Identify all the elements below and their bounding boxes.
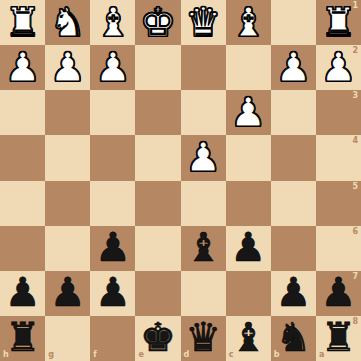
square-e5[interactable] — [135, 181, 180, 226]
square-a4[interactable]: 4 — [316, 135, 361, 180]
square-h1[interactable]: ♜ — [0, 0, 45, 45]
square-e8[interactable]: ♚e — [135, 316, 180, 361]
square-h7[interactable]: ♟ — [0, 271, 45, 316]
black-rook-piece[interactable]: ♜ — [321, 317, 357, 357]
white-pawn-piece[interactable]: ♟ — [5, 47, 41, 87]
square-f3[interactable] — [90, 90, 135, 135]
square-h2[interactable]: ♟ — [0, 45, 45, 90]
square-g6[interactable] — [45, 226, 90, 271]
square-b8[interactable]: ♞b — [271, 316, 316, 361]
black-pawn-piece[interactable]: ♟ — [5, 272, 41, 312]
square-d3[interactable] — [181, 90, 226, 135]
square-f7[interactable]: ♟ — [90, 271, 135, 316]
square-b1[interactable] — [271, 0, 316, 45]
square-e1[interactable]: ♚ — [135, 0, 180, 45]
square-f1[interactable]: ♝ — [90, 0, 135, 45]
square-d7[interactable] — [181, 271, 226, 316]
rank-label-4: 4 — [352, 137, 358, 145]
black-pawn-piece[interactable]: ♟ — [95, 227, 131, 267]
white-pawn-piece[interactable]: ♟ — [185, 137, 221, 177]
square-f6[interactable]: ♟ — [90, 226, 135, 271]
black-pawn-piece[interactable]: ♟ — [95, 272, 131, 312]
square-d8[interactable]: ♛d — [181, 316, 226, 361]
square-e2[interactable] — [135, 45, 180, 90]
square-h5[interactable] — [0, 181, 45, 226]
rank-label-6: 6 — [352, 228, 358, 236]
square-a1[interactable]: ♜1 — [316, 0, 361, 45]
white-pawn-piece[interactable]: ♟ — [275, 47, 311, 87]
square-a6[interactable]: 6 — [316, 226, 361, 271]
white-rook-piece[interactable]: ♜ — [5, 2, 41, 42]
square-a2[interactable]: ♟2 — [316, 45, 361, 90]
square-d1[interactable]: ♛ — [181, 0, 226, 45]
white-pawn-piece[interactable]: ♟ — [321, 47, 357, 87]
chess-board: ♜♞♝♚♛♝♜1♟♟♟♟♟2♟3♟45♟♝♟6♟♟♟♟♟7♜hgf♚e♛d♝c♞… — [0, 0, 361, 361]
square-a5[interactable]: 5 — [316, 181, 361, 226]
file-label-g: g — [48, 351, 54, 359]
square-b5[interactable] — [271, 181, 316, 226]
black-queen-piece[interactable]: ♛ — [185, 317, 221, 357]
square-c4[interactable] — [226, 135, 271, 180]
file-label-f: f — [93, 351, 96, 359]
square-d2[interactable] — [181, 45, 226, 90]
square-c3[interactable]: ♟ — [226, 90, 271, 135]
black-pawn-piece[interactable]: ♟ — [50, 272, 86, 312]
square-d6[interactable]: ♝ — [181, 226, 226, 271]
square-c6[interactable]: ♟ — [226, 226, 271, 271]
white-queen-piece[interactable]: ♛ — [185, 2, 221, 42]
square-g5[interactable] — [45, 181, 90, 226]
black-pawn-piece[interactable]: ♟ — [321, 272, 357, 312]
rank-label-3: 3 — [352, 92, 358, 100]
square-g2[interactable]: ♟ — [45, 45, 90, 90]
black-bishop-piece[interactable]: ♝ — [230, 317, 266, 357]
square-c7[interactable] — [226, 271, 271, 316]
square-c5[interactable] — [226, 181, 271, 226]
white-king-piece[interactable]: ♚ — [140, 2, 176, 42]
square-g3[interactable] — [45, 90, 90, 135]
square-c1[interactable]: ♝ — [226, 0, 271, 45]
square-h4[interactable] — [0, 135, 45, 180]
black-king-piece[interactable]: ♚ — [140, 317, 176, 357]
square-e6[interactable] — [135, 226, 180, 271]
white-bishop-piece[interactable]: ♝ — [95, 2, 131, 42]
square-f4[interactable] — [90, 135, 135, 180]
square-g4[interactable] — [45, 135, 90, 180]
black-bishop-piece[interactable]: ♝ — [185, 227, 221, 267]
square-b2[interactable]: ♟ — [271, 45, 316, 90]
square-b6[interactable] — [271, 226, 316, 271]
rank-label-5: 5 — [352, 183, 358, 191]
square-e4[interactable] — [135, 135, 180, 180]
square-a3[interactable]: 3 — [316, 90, 361, 135]
white-bishop-piece[interactable]: ♝ — [230, 2, 266, 42]
black-rook-piece[interactable]: ♜ — [5, 317, 41, 357]
square-f2[interactable]: ♟ — [90, 45, 135, 90]
square-c2[interactable] — [226, 45, 271, 90]
square-f5[interactable] — [90, 181, 135, 226]
square-d5[interactable] — [181, 181, 226, 226]
square-f8[interactable]: f — [90, 316, 135, 361]
square-g7[interactable]: ♟ — [45, 271, 90, 316]
square-h3[interactable] — [0, 90, 45, 135]
square-e7[interactable] — [135, 271, 180, 316]
square-d4[interactable]: ♟ — [181, 135, 226, 180]
white-pawn-piece[interactable]: ♟ — [95, 47, 131, 87]
white-knight-piece[interactable]: ♞ — [50, 2, 86, 42]
white-rook-piece[interactable]: ♜ — [321, 2, 357, 42]
square-h8[interactable]: ♜h — [0, 316, 45, 361]
square-b3[interactable] — [271, 90, 316, 135]
square-b4[interactable] — [271, 135, 316, 180]
square-a7[interactable]: ♟7 — [316, 271, 361, 316]
square-g1[interactable]: ♞ — [45, 0, 90, 45]
white-pawn-piece[interactable]: ♟ — [230, 92, 266, 132]
square-h6[interactable] — [0, 226, 45, 271]
square-e3[interactable] — [135, 90, 180, 135]
square-c8[interactable]: ♝c — [226, 316, 271, 361]
black-pawn-piece[interactable]: ♟ — [230, 227, 266, 267]
square-g8[interactable]: g — [45, 316, 90, 361]
square-a8[interactable]: ♜8a — [316, 316, 361, 361]
black-knight-piece[interactable]: ♞ — [275, 317, 311, 357]
white-pawn-piece[interactable]: ♟ — [50, 47, 86, 87]
square-b7[interactable]: ♟ — [271, 271, 316, 316]
black-pawn-piece[interactable]: ♟ — [275, 272, 311, 312]
